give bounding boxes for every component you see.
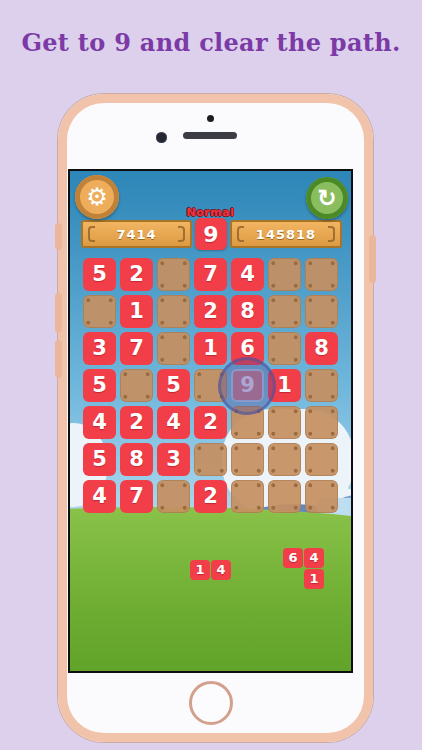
board-cell-empty[interactable]	[268, 258, 301, 291]
board-tile[interactable]: 4	[231, 258, 264, 291]
board-cell-empty[interactable]	[157, 258, 190, 291]
tray-tile[interactable]: 4	[304, 548, 324, 568]
tray-tile[interactable]: 1	[304, 569, 324, 589]
board-tile[interactable]: 7	[194, 258, 227, 291]
sensor-dot-icon	[207, 115, 214, 122]
restart-button[interactable]: ↻	[306, 177, 348, 219]
board-tile[interactable]: 8	[120, 443, 153, 476]
front-camera-icon	[156, 132, 167, 143]
gear-icon: ⚙	[86, 183, 108, 211]
board-tile[interactable]: 2	[194, 406, 227, 439]
mute-switch[interactable]	[55, 223, 62, 250]
board-tile[interactable]: 4	[157, 406, 190, 439]
app-background: { "page": { "title": "Get to 9 and clear…	[0, 0, 422, 750]
page-title: Get to 9 and clear the path.	[0, 28, 422, 57]
board: 52741283716855914242583472	[83, 258, 338, 513]
board-cell-empty[interactable]	[157, 295, 190, 328]
refresh-icon: ↻	[317, 185, 336, 212]
board-tile[interactable]: 3	[157, 443, 190, 476]
speaker-grille	[183, 132, 237, 139]
board-cell-empty[interactable]	[231, 443, 264, 476]
tray-piece-2[interactable]: 641	[283, 548, 324, 589]
volume-up-button[interactable]	[55, 293, 62, 333]
board-tile[interactable]: 4	[83, 406, 116, 439]
board-cell-empty[interactable]	[83, 295, 116, 328]
phone-frame: ⚙ ↻ Normal 7414 9 145818 527412837168559…	[58, 94, 373, 742]
tray-tile[interactable]: 4	[211, 560, 231, 580]
board-cell-empty[interactable]	[305, 258, 338, 291]
board-tile[interactable]: 1	[120, 295, 153, 328]
board-cell-empty[interactable]	[268, 332, 301, 365]
board-cell-empty[interactable]	[157, 332, 190, 365]
board-cell-empty[interactable]	[231, 480, 264, 513]
settings-button[interactable]: ⚙	[75, 175, 119, 219]
board-tile[interactable]: 2	[194, 480, 227, 513]
board-tile[interactable]: 2	[194, 295, 227, 328]
board-cell-empty[interactable]	[305, 369, 338, 402]
tray-piece-1[interactable]: 14	[190, 560, 231, 580]
board-tile[interactable]: 8	[305, 332, 338, 365]
board-cell-empty[interactable]	[305, 443, 338, 476]
board-tile[interactable]: 7	[120, 480, 153, 513]
volume-down-button[interactable]	[55, 340, 62, 378]
board-cell-empty[interactable]	[268, 480, 301, 513]
tray-tile-blank	[283, 569, 303, 589]
board-cell-empty[interactable]	[157, 480, 190, 513]
green-hill	[68, 507, 353, 673]
power-button[interactable]	[369, 235, 376, 283]
home-button[interactable]	[189, 681, 233, 725]
board-cell-empty[interactable]	[305, 295, 338, 328]
board-cell-empty[interactable]	[268, 406, 301, 439]
board-tile[interactable]: 3	[83, 332, 116, 365]
board-tile[interactable]: 4	[83, 480, 116, 513]
board-tile[interactable]: 5	[157, 369, 190, 402]
goal-tile: 9	[195, 218, 227, 250]
left-score-value: 7414	[116, 227, 156, 242]
board-cell-empty[interactable]	[305, 480, 338, 513]
board-tile[interactable]: 1	[194, 332, 227, 365]
board-tile[interactable]: 5	[83, 258, 116, 291]
board-tile[interactable]: 5	[83, 443, 116, 476]
tray-tile[interactable]: 6	[283, 548, 303, 568]
right-score-value: 145818	[256, 227, 316, 242]
board-cell-empty[interactable]	[194, 443, 227, 476]
board-cell-empty[interactable]	[120, 369, 153, 402]
board-tile[interactable]: 5	[83, 369, 116, 402]
board-tile[interactable]: 7	[120, 332, 153, 365]
board-cell-empty[interactable]	[268, 443, 301, 476]
board-tile[interactable]: 2	[120, 406, 153, 439]
game-screen: ⚙ ↻ Normal 7414 9 145818 527412837168559…	[68, 169, 353, 673]
score-banner-right: 145818	[230, 220, 342, 248]
board-tile[interactable]: 2	[120, 258, 153, 291]
board-cell-empty[interactable]	[305, 406, 338, 439]
highlight-circle	[218, 357, 276, 415]
score-banner-left: 7414	[81, 220, 192, 248]
board-cell-empty[interactable]	[268, 295, 301, 328]
board-tile[interactable]: 8	[231, 295, 264, 328]
tray-tile[interactable]: 1	[190, 560, 210, 580]
